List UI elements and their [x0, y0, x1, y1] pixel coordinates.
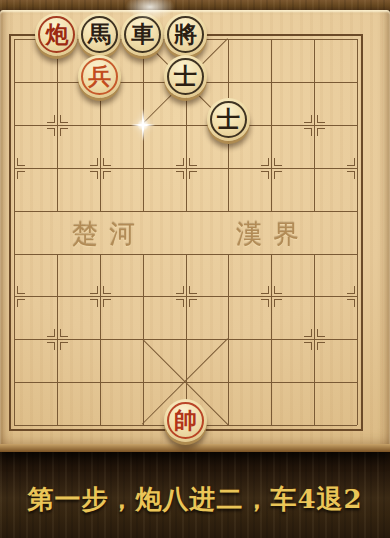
sparkle-effect — [126, 108, 160, 142]
piece-black-advisor[interactable]: 士 — [164, 55, 207, 98]
piece-glyph: 士 — [164, 55, 207, 98]
piece-red-cannon[interactable]: 炮 — [35, 13, 78, 56]
piece-glyph: 炮 — [35, 13, 78, 56]
piece-glyph: 兵 — [78, 55, 121, 98]
piece-black-horse[interactable]: 馬 — [78, 13, 121, 56]
piece-red-soldier[interactable]: 兵 — [78, 55, 121, 98]
piece-glyph: 帥 — [164, 399, 207, 442]
piece-red-general[interactable]: 帥 — [164, 399, 207, 442]
xiangqi-board[interactable]: 楚河 漢界 炮馬車將兵士士帥 — [0, 10, 390, 452]
sparkle-core — [137, 119, 149, 131]
piece-glyph: 士 — [207, 98, 250, 141]
glow-effect — [125, 0, 175, 20]
piece-glyph: 馬 — [78, 13, 121, 56]
move-caption: 第一步，炮八进二，车4退2 — [0, 482, 390, 517]
game-screen: 楚河 漢界 炮馬車將兵士士帥 第一步，炮八进二，车4退2 — [0, 0, 390, 538]
piece-black-advisor[interactable]: 士 — [207, 98, 250, 141]
pieces-layer: 炮馬車將兵士士帥 — [0, 10, 390, 452]
board-bevel-edge — [0, 444, 390, 452]
